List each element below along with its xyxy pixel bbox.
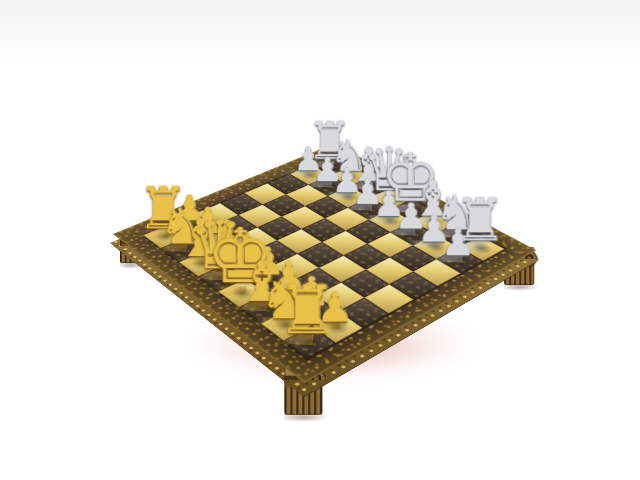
square-h7[interactable]: ♟ [436,247,483,273]
chess-set-photo: ♜♞♝♛♚♝♞♜♟♟♟♟♟♟♟♟♟♟♟♟♟♟♟♟♜♞♝♛♚♝♞♜ [0,0,640,480]
piece-silver-pawn[interactable]: ♟ [418,224,497,261]
square-h1[interactable]: ♜ [284,326,336,359]
square-d5[interactable] [301,218,345,242]
piece-gold-rook[interactable]: ♜ [262,276,351,343]
